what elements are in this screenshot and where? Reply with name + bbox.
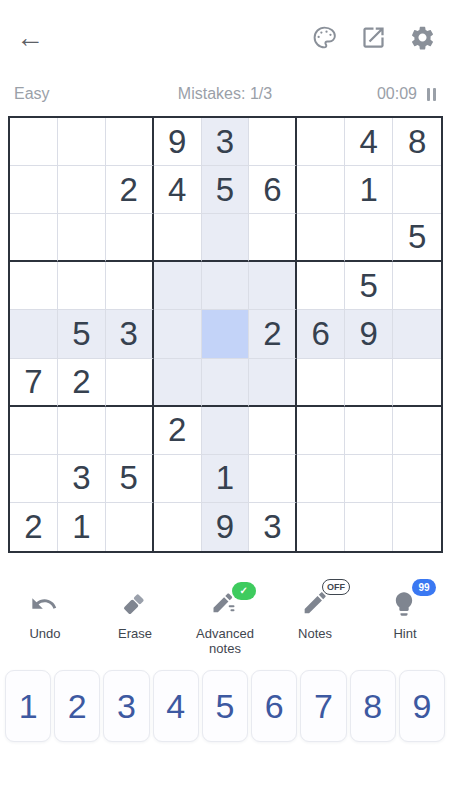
pencil-icon xyxy=(300,590,328,618)
cell-r6c8[interactable] xyxy=(345,359,393,407)
hint-button[interactable]: 99 Hint xyxy=(360,584,450,658)
number-pad: 123456789 xyxy=(2,670,448,742)
pause-icon[interactable] xyxy=(425,86,438,103)
share-icon[interactable] xyxy=(360,24,387,51)
cell-r8c1[interactable] xyxy=(10,455,58,503)
cell-r7c9[interactable] xyxy=(393,407,441,455)
lightbulb-icon xyxy=(390,590,418,618)
cell-r8c6[interactable] xyxy=(249,455,297,503)
numpad-6[interactable]: 6 xyxy=(251,670,297,742)
cell-r1c3[interactable] xyxy=(106,118,154,166)
numpad-8[interactable]: 8 xyxy=(350,670,396,742)
settings-icon[interactable] xyxy=(409,24,436,51)
numpad-2[interactable]: 2 xyxy=(54,670,100,742)
cell-r8c5[interactable]: 1 xyxy=(202,455,250,503)
cell-r5c6[interactable]: 2 xyxy=(249,310,297,358)
cell-r1c9[interactable]: 8 xyxy=(393,118,441,166)
cell-r9c8[interactable] xyxy=(345,503,393,551)
cell-r7c8[interactable] xyxy=(345,407,393,455)
erase-button[interactable]: Erase xyxy=(90,584,180,658)
cell-r4c5[interactable] xyxy=(202,262,250,310)
cell-r6c2[interactable]: 2 xyxy=(58,359,106,407)
cell-r9c2[interactable]: 1 xyxy=(58,503,106,551)
advanced-notes-label: Advanced notes xyxy=(183,627,267,657)
cell-r9c1[interactable]: 2 xyxy=(10,503,58,551)
sudoku-board: 93482456155532697223512193 xyxy=(8,116,443,553)
app-bar: ← xyxy=(0,0,450,70)
cell-r4c3[interactable] xyxy=(106,262,154,310)
cell-r8c4[interactable] xyxy=(154,455,202,503)
cell-r6c9[interactable] xyxy=(393,359,441,407)
hint-label: Hint xyxy=(393,627,416,642)
cell-r5c4[interactable] xyxy=(154,310,202,358)
cell-r4c8[interactable]: 5 xyxy=(345,262,393,310)
cell-r9c3[interactable] xyxy=(106,503,154,551)
cell-r6c1[interactable]: 7 xyxy=(10,359,58,407)
cell-r1c6[interactable] xyxy=(249,118,297,166)
cell-r4c6[interactable] xyxy=(249,262,297,310)
cell-r8c3[interactable]: 5 xyxy=(106,455,154,503)
cell-r2c1[interactable] xyxy=(10,166,58,214)
cell-r4c7[interactable] xyxy=(297,262,345,310)
numpad-1[interactable]: 1 xyxy=(5,670,51,742)
cell-r8c7[interactable] xyxy=(297,455,345,503)
cell-r7c5[interactable] xyxy=(202,407,250,455)
cell-r4c9[interactable] xyxy=(393,262,441,310)
cell-r2c8[interactable]: 1 xyxy=(345,166,393,214)
notes-button[interactable]: OFF Notes xyxy=(270,584,360,658)
advanced-notes-on-badge: ✓ xyxy=(232,582,256,600)
cell-r3c9[interactable]: 5 xyxy=(393,214,441,262)
cell-r8c9[interactable] xyxy=(393,455,441,503)
cell-r5c9[interactable] xyxy=(393,310,441,358)
cell-r6c5[interactable] xyxy=(202,359,250,407)
cell-r5c3[interactable]: 3 xyxy=(106,310,154,358)
erase-label: Erase xyxy=(118,627,152,642)
numpad-7[interactable]: 7 xyxy=(300,670,346,742)
cell-r8c8[interactable] xyxy=(345,455,393,503)
app-bar-actions xyxy=(311,24,436,51)
cell-r1c1[interactable] xyxy=(10,118,58,166)
toolbar: Undo Erase ✓ Advanced notes xyxy=(0,584,450,658)
cell-r9c6[interactable]: 3 xyxy=(249,503,297,551)
cell-r1c5[interactable]: 3 xyxy=(202,118,250,166)
cell-r9c7[interactable] xyxy=(297,503,345,551)
undo-icon xyxy=(30,590,58,618)
cell-r5c5[interactable] xyxy=(202,310,250,358)
cell-r1c4[interactable]: 9 xyxy=(154,118,202,166)
cell-r1c2[interactable] xyxy=(58,118,106,166)
cell-r2c2[interactable] xyxy=(58,166,106,214)
numpad-9[interactable]: 9 xyxy=(399,670,445,742)
undo-button[interactable]: Undo xyxy=(0,584,90,658)
cell-r1c8[interactable]: 4 xyxy=(345,118,393,166)
cell-r2c5[interactable]: 5 xyxy=(202,166,250,214)
cell-r3c4[interactable] xyxy=(154,214,202,262)
cell-r9c5[interactable]: 9 xyxy=(202,503,250,551)
cell-r2c9[interactable] xyxy=(393,166,441,214)
cell-r4c4[interactable] xyxy=(154,262,202,310)
cell-r8c2[interactable]: 3 xyxy=(58,455,106,503)
numpad-3[interactable]: 3 xyxy=(103,670,149,742)
eraser-icon xyxy=(120,590,148,618)
cell-r3c1[interactable] xyxy=(10,214,58,262)
cell-r6c6[interactable] xyxy=(249,359,297,407)
cell-r5c2[interactable]: 5 xyxy=(58,310,106,358)
cell-r6c3[interactable] xyxy=(106,359,154,407)
cell-r5c7[interactable]: 6 xyxy=(297,310,345,358)
cell-r3c2[interactable] xyxy=(58,214,106,262)
cell-r7c6[interactable] xyxy=(249,407,297,455)
cell-r4c2[interactable] xyxy=(58,262,106,310)
cell-r1c7[interactable] xyxy=(297,118,345,166)
numpad-5[interactable]: 5 xyxy=(202,670,248,742)
cell-r5c8[interactable]: 9 xyxy=(345,310,393,358)
cell-r4c1[interactable] xyxy=(10,262,58,310)
hint-count-badge: 99 xyxy=(412,579,436,596)
advanced-notes-button[interactable]: ✓ Advanced notes xyxy=(180,584,270,658)
cell-r2c3[interactable]: 2 xyxy=(106,166,154,214)
cell-r3c8[interactable] xyxy=(345,214,393,262)
cell-r9c4[interactable] xyxy=(154,503,202,551)
notes-off-badge: OFF xyxy=(322,579,350,595)
cell-r6c7[interactable] xyxy=(297,359,345,407)
cell-r7c7[interactable] xyxy=(297,407,345,455)
numpad-4[interactable]: 4 xyxy=(153,670,199,742)
cell-r5c1[interactable] xyxy=(10,310,58,358)
cell-r3c5[interactable] xyxy=(202,214,250,262)
cell-r2c6[interactable]: 6 xyxy=(249,166,297,214)
timer-label: 00:09 xyxy=(377,85,417,103)
cell-r7c4[interactable]: 2 xyxy=(154,407,202,455)
cell-r7c3[interactable] xyxy=(106,407,154,455)
palette-icon[interactable] xyxy=(311,24,338,51)
back-button[interactable]: ← xyxy=(16,24,50,54)
notes-label: Notes xyxy=(298,627,332,642)
cell-r2c4[interactable]: 4 xyxy=(154,166,202,214)
cell-r3c3[interactable] xyxy=(106,214,154,262)
cell-r7c1[interactable] xyxy=(10,407,58,455)
status-bar: Easy Mistakes: 1/3 00:09 xyxy=(0,82,450,108)
cell-r3c7[interactable] xyxy=(297,214,345,262)
undo-label: Undo xyxy=(29,627,60,642)
cell-r2c7[interactable] xyxy=(297,166,345,214)
cell-r7c2[interactable] xyxy=(58,407,106,455)
cell-r9c9[interactable] xyxy=(393,503,441,551)
cell-r3c6[interactable] xyxy=(249,214,297,262)
cell-r6c4[interactable] xyxy=(154,359,202,407)
